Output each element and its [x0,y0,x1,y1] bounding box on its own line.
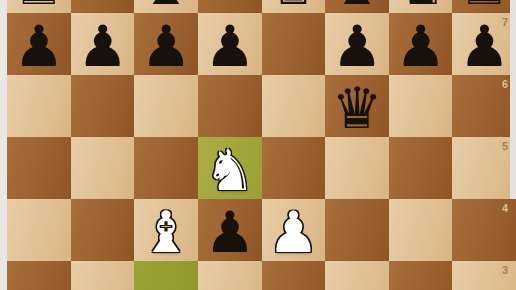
square-c7[interactable]: ♟ [134,13,198,75]
black-pawn-b7[interactable]: ♟ [71,15,135,77]
square-c8[interactable]: ♝ [134,0,198,13]
square-f3[interactable] [325,261,389,290]
square-h8[interactable]: ♜ [452,0,516,13]
square-c3[interactable] [134,261,198,290]
square-a7[interactable]: ♟ [7,13,71,75]
square-e4[interactable]: ♟ [262,199,326,261]
square-g5[interactable] [389,137,453,199]
square-e5[interactable] [262,137,326,199]
square-h5[interactable]: 5 [452,137,516,199]
page-background-strip-left [0,0,7,290]
square-a8[interactable]: ♜ [7,0,71,13]
square-f6[interactable]: ♛ [325,75,389,137]
square-d7[interactable]: ♟ [198,13,262,75]
square-c4[interactable]: ♝ [134,199,198,261]
square-g8[interactable]: ♞ [389,0,453,13]
square-e8[interactable]: ♚ [262,0,326,13]
square-h7[interactable]: ♟7 [452,13,516,75]
square-d6[interactable] [198,75,262,137]
white-knight-d5[interactable]: ♞ [198,139,262,201]
black-queen-f6[interactable]: ♛ [325,77,389,139]
rank-label-5: 5 [502,140,508,152]
square-h6[interactable]: 6 [452,75,516,137]
square-f7[interactable]: ♟ [325,13,389,75]
rank-label-3: 3 [502,264,508,276]
square-f8[interactable]: ♝ [325,0,389,13]
square-f5[interactable] [325,137,389,199]
square-a5[interactable] [7,137,71,199]
square-g6[interactable] [389,75,453,137]
square-e7[interactable] [262,13,326,75]
square-h3[interactable]: 3 [452,261,516,290]
square-f4[interactable] [325,199,389,261]
chess-app-viewport: ♜♝♚♝♞♜♟♟♟♟♟♟♟7♛6♞5♝♟♟43 [0,0,516,290]
square-a3[interactable] [7,261,71,290]
square-c5[interactable] [134,137,198,199]
square-g3[interactable] [389,261,453,290]
square-g4[interactable] [389,199,453,261]
square-b3[interactable] [71,261,135,290]
square-b7[interactable]: ♟ [71,13,135,75]
black-pawn-c7[interactable]: ♟ [134,15,198,77]
square-a6[interactable] [7,75,71,137]
square-b5[interactable] [71,137,135,199]
square-e3[interactable] [262,261,326,290]
square-h4[interactable]: 4 [452,199,516,261]
black-pawn-d4[interactable]: ♟ [198,201,262,263]
square-b6[interactable] [71,75,135,137]
square-a4[interactable] [7,199,71,261]
square-c6[interactable] [134,75,198,137]
square-d4[interactable]: ♟ [198,199,262,261]
rank-label-7: 7 [502,16,508,28]
square-g7[interactable]: ♟ [389,13,453,75]
square-d3[interactable] [198,261,262,290]
square-b4[interactable] [71,199,135,261]
rank-label-6: 6 [502,78,508,90]
square-e6[interactable] [262,75,326,137]
black-pawn-a7[interactable]: ♟ [7,15,71,77]
square-d5[interactable]: ♞ [198,137,262,199]
white-bishop-c4[interactable]: ♝ [134,201,198,263]
black-pawn-f7[interactable]: ♟ [325,15,389,77]
square-b8[interactable] [71,0,135,13]
square-d8[interactable] [198,0,262,13]
black-pawn-g7[interactable]: ♟ [389,15,453,77]
chess-board[interactable]: ♜♝♚♝♞♜♟♟♟♟♟♟♟7♛6♞5♝♟♟43 [7,0,516,290]
page-background-strip-right [510,0,516,199]
black-pawn-d7[interactable]: ♟ [198,15,262,77]
white-pawn-e4[interactable]: ♟ [262,201,326,263]
rank-label-4: 4 [502,202,508,214]
